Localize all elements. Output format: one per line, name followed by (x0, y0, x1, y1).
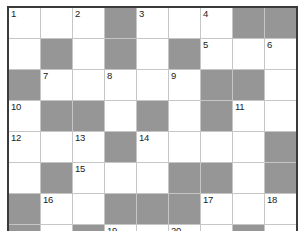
cell-r1c7[interactable]: 4 (201, 8, 232, 38)
cell-r6c6-block (169, 163, 200, 193)
crossword-grid: 1234567891011121314151617181920 (7, 6, 298, 231)
clue-number (233, 225, 264, 226)
clue-number (169, 194, 200, 195)
cell-r8c7[interactable] (201, 225, 232, 231)
clue-number: 20 (169, 225, 200, 231)
clue-number: 9 (169, 70, 200, 81)
clue-number: 12 (9, 132, 40, 143)
cell-r4c3-block (73, 101, 104, 131)
cell-r7c4-block (105, 194, 136, 224)
cell-r6c9-block (265, 163, 296, 193)
page: { "game": "crossword", "board": { "cols"… (0, 0, 300, 231)
cell-r8c5[interactable] (137, 225, 168, 231)
cell-r1c3[interactable]: 2 (73, 8, 104, 38)
cell-r5c8[interactable] (233, 132, 264, 162)
clue-number (265, 163, 296, 164)
cell-r2c3[interactable] (73, 39, 104, 69)
cell-r8c4[interactable]: 19 (105, 225, 136, 231)
cell-r3c1-block (9, 70, 40, 100)
clue-number (73, 225, 104, 226)
clue-number (201, 70, 232, 71)
cell-r7c5-block (137, 194, 168, 224)
clue-number (105, 101, 136, 102)
cell-r5c6[interactable] (169, 132, 200, 162)
clue-number (233, 163, 264, 164)
cell-r6c4[interactable] (105, 163, 136, 193)
clue-number (137, 163, 168, 164)
clue-number: 8 (105, 70, 136, 81)
cell-r4c7-block (201, 101, 232, 131)
clue-number (201, 132, 232, 133)
clue-number (201, 101, 232, 102)
cell-r4c9[interactable] (265, 101, 296, 131)
cell-r7c3[interactable] (73, 194, 104, 224)
cell-r5c5[interactable]: 14 (137, 132, 168, 162)
clue-number (41, 101, 72, 102)
clue-number (137, 39, 168, 40)
cell-r2c7[interactable]: 5 (201, 39, 232, 69)
clue-number (41, 225, 72, 226)
cell-r6c2-block (41, 163, 72, 193)
cell-r1c2[interactable] (41, 8, 72, 38)
cell-r4c2-block (41, 101, 72, 131)
clue-number: 3 (137, 8, 168, 19)
cell-r1c9-block (265, 8, 296, 38)
clue-number: 10 (9, 101, 40, 112)
cell-r2c8[interactable] (233, 39, 264, 69)
cell-r1c5[interactable]: 3 (137, 8, 168, 38)
clue-number (73, 39, 104, 40)
clue-number: 4 (201, 8, 232, 19)
clue-number (9, 225, 40, 226)
clue-number (265, 8, 296, 9)
cell-r3c2[interactable]: 7 (41, 70, 72, 100)
cell-r7c1-block (9, 194, 40, 224)
clue-number (265, 70, 296, 71)
clue-number: 2 (73, 8, 104, 19)
cell-r1c4-block (105, 8, 136, 38)
clue-number: 14 (137, 132, 168, 143)
cell-r8c9[interactable] (265, 225, 296, 231)
cell-r6c3[interactable]: 15 (73, 163, 104, 193)
clue-number (233, 39, 264, 40)
clue-number: 1 (9, 8, 40, 19)
cell-r5c7[interactable] (201, 132, 232, 162)
cell-r2c9[interactable]: 6 (265, 39, 296, 69)
cell-r6c1[interactable] (9, 163, 40, 193)
cell-r4c6[interactable] (169, 101, 200, 131)
cell-r7c6-block (169, 194, 200, 224)
clue-number (41, 163, 72, 164)
clue-number (105, 39, 136, 40)
clue-number (265, 132, 296, 133)
clue-number (265, 101, 296, 102)
clue-number (137, 194, 168, 195)
cell-r4c8[interactable]: 11 (233, 101, 264, 131)
clue-number: 6 (265, 39, 296, 50)
cell-r1c1[interactable]: 1 (9, 8, 40, 38)
clue-number: 19 (105, 225, 136, 231)
cell-r3c4[interactable]: 8 (105, 70, 136, 100)
clue-number (73, 70, 104, 71)
cell-r6c8[interactable] (233, 163, 264, 193)
cell-r5c2[interactable] (41, 132, 72, 162)
cell-r8c1-block (9, 225, 40, 231)
cell-r2c6-block (169, 39, 200, 69)
clue-number (233, 132, 264, 133)
clue-number (233, 194, 264, 195)
cell-r7c9[interactable]: 18 (265, 194, 296, 224)
clue-number (233, 70, 264, 71)
cell-r3c3[interactable] (73, 70, 104, 100)
cell-r5c1[interactable]: 12 (9, 132, 40, 162)
clue-number: 5 (201, 39, 232, 50)
cell-r8c2[interactable] (41, 225, 72, 231)
cell-r2c5[interactable] (137, 39, 168, 69)
cell-r3c8-block (233, 70, 264, 100)
clue-number (169, 132, 200, 133)
clue-number (233, 8, 264, 9)
cell-r7c7[interactable]: 17 (201, 194, 232, 224)
cell-r7c8[interactable] (233, 194, 264, 224)
clue-number (137, 70, 168, 71)
clue-number: 18 (265, 194, 296, 205)
cell-r6c5[interactable] (137, 163, 168, 193)
clue-number (9, 39, 40, 40)
clue-number (9, 194, 40, 195)
clue-number: 17 (201, 194, 232, 205)
clue-number: 16 (41, 194, 72, 205)
cell-r4c4[interactable] (105, 101, 136, 131)
cell-r4c5-block (137, 101, 168, 131)
cell-r5c9-block (265, 132, 296, 162)
cell-r3c5[interactable] (137, 70, 168, 100)
clue-number (73, 101, 104, 102)
cell-r3c6[interactable]: 9 (169, 70, 200, 100)
cell-r6c7-block (201, 163, 232, 193)
clue-number (137, 101, 168, 102)
clue-number: 7 (41, 70, 72, 81)
cell-r8c6[interactable]: 20 (169, 225, 200, 231)
cell-r2c1[interactable] (9, 39, 40, 69)
cell-r3c9[interactable] (265, 70, 296, 100)
clue-number (73, 194, 104, 195)
cell-r5c3[interactable]: 13 (73, 132, 104, 162)
clue-number (105, 8, 136, 9)
clue-number (9, 163, 40, 164)
cell-r8c8-block (233, 225, 264, 231)
clue-number (201, 225, 232, 226)
clue-number (169, 101, 200, 102)
clue-number (105, 132, 136, 133)
cell-r3c7-block (201, 70, 232, 100)
clue-number (105, 194, 136, 195)
clue-number (41, 39, 72, 40)
clue-number (105, 163, 136, 164)
cell-r2c2-block (41, 39, 72, 69)
clue-number: 15 (73, 163, 104, 174)
cell-r5c4-block (105, 132, 136, 162)
cell-r1c8-block (233, 8, 264, 38)
clue-number (265, 225, 296, 226)
cell-r1c6[interactable] (169, 8, 200, 38)
cell-r7c2[interactable]: 16 (41, 194, 72, 224)
cell-r2c4-block (105, 39, 136, 69)
cell-r8c3-block (73, 225, 104, 231)
clue-number (169, 163, 200, 164)
clue-number (137, 225, 168, 226)
clue-number: 11 (233, 101, 264, 112)
clue-number (169, 8, 200, 9)
clue-number: 13 (73, 132, 104, 143)
clue-number (169, 39, 200, 40)
clue-number (41, 8, 72, 9)
cell-r4c1[interactable]: 10 (9, 101, 40, 131)
clue-number (201, 163, 232, 164)
clue-number (9, 70, 40, 71)
clue-number (41, 132, 72, 133)
